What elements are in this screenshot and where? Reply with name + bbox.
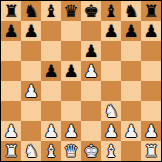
piece-white-pawn-d2[interactable]: ♟ — [63, 123, 78, 140]
piece-black-pawn-f7[interactable]: ♟ — [103, 23, 118, 40]
piece-black-bishop-f8[interactable]: ♝ — [103, 3, 118, 20]
piece-white-king-e1[interactable]: ♚ — [83, 143, 98, 160]
square-f3[interactable]: ♞ — [101, 101, 121, 121]
piece-white-pawn-g2[interactable]: ♟ — [123, 123, 138, 140]
square-a3[interactable] — [1, 101, 21, 121]
square-c8[interactable]: ♝ — [41, 1, 61, 21]
square-f8[interactable]: ♝ — [101, 1, 121, 21]
square-h2[interactable]: ♟ — [141, 121, 161, 141]
square-c2[interactable]: ♟ — [41, 121, 61, 141]
square-a4[interactable] — [1, 81, 21, 101]
square-b3[interactable] — [21, 101, 41, 121]
piece-white-knight-f3[interactable]: ♞ — [103, 103, 118, 120]
square-e7[interactable] — [81, 21, 101, 41]
square-g7[interactable]: ♟ — [121, 21, 141, 41]
square-e5[interactable]: ♟ — [81, 61, 101, 81]
piece-black-knight-b8[interactable]: ♞ — [23, 3, 38, 20]
square-f5[interactable] — [101, 61, 121, 81]
square-c5[interactable]: ♟ — [41, 61, 61, 81]
square-g3[interactable] — [121, 101, 141, 121]
piece-black-pawn-d5[interactable]: ♟ — [63, 63, 78, 80]
square-b2[interactable] — [21, 121, 41, 141]
piece-black-pawn-e6[interactable]: ♟ — [83, 43, 98, 60]
square-d3[interactable] — [61, 101, 81, 121]
square-e1[interactable]: ♚ — [81, 141, 101, 161]
square-h8[interactable]: ♜ — [141, 1, 161, 21]
square-b4[interactable]: ♟ — [21, 81, 41, 101]
square-a6[interactable] — [1, 41, 21, 61]
piece-white-pawn-e5[interactable]: ♟ — [83, 63, 98, 80]
piece-white-pawn-a2[interactable]: ♟ — [3, 123, 18, 140]
piece-black-pawn-h7[interactable]: ♟ — [143, 23, 158, 40]
square-e3[interactable] — [81, 101, 101, 121]
piece-white-pawn-c2[interactable]: ♟ — [43, 123, 58, 140]
piece-black-king-e8[interactable]: ♚ — [83, 3, 98, 20]
piece-black-bishop-c8[interactable]: ♝ — [43, 3, 58, 20]
square-f2[interactable]: ♟ — [101, 121, 121, 141]
square-b5[interactable] — [21, 61, 41, 81]
piece-white-pawn-b4[interactable]: ♟ — [23, 83, 38, 100]
square-a1[interactable]: ♜ — [1, 141, 21, 161]
piece-black-rook-h8[interactable]: ♜ — [143, 3, 158, 20]
square-b1[interactable]: ♞ — [21, 141, 41, 161]
square-g1[interactable] — [121, 141, 141, 161]
square-h3[interactable] — [141, 101, 161, 121]
square-g4[interactable] — [121, 81, 141, 101]
square-a7[interactable]: ♟ — [1, 21, 21, 41]
square-g8[interactable]: ♞ — [121, 1, 141, 21]
square-f1[interactable]: ♝ — [101, 141, 121, 161]
piece-white-rook-a1[interactable]: ♜ — [3, 143, 18, 160]
piece-white-pawn-h2[interactable]: ♟ — [143, 123, 158, 140]
square-d5[interactable]: ♟ — [61, 61, 81, 81]
square-a5[interactable] — [1, 61, 21, 81]
square-b7[interactable]: ♟ — [21, 21, 41, 41]
square-c6[interactable] — [41, 41, 61, 61]
square-d4[interactable] — [61, 81, 81, 101]
piece-black-pawn-a7[interactable]: ♟ — [3, 23, 18, 40]
piece-white-pawn-f2[interactable]: ♟ — [103, 123, 118, 140]
piece-black-pawn-c5[interactable]: ♟ — [43, 63, 58, 80]
square-a2[interactable]: ♟ — [1, 121, 21, 141]
chess-board: ♜♞♝♛♚♝♞♜♟♟♟♟♟♟♟♟♟♟♞♟♟♟♟♟♟♜♞♝♛♚♝♜ — [1, 1, 161, 161]
square-h7[interactable]: ♟ — [141, 21, 161, 41]
square-f4[interactable] — [101, 81, 121, 101]
piece-black-pawn-g7[interactable]: ♟ — [123, 23, 138, 40]
square-e6[interactable]: ♟ — [81, 41, 101, 61]
chess-board-frame: ♜♞♝♛♚♝♞♜♟♟♟♟♟♟♟♟♟♟♞♟♟♟♟♟♟♜♞♝♛♚♝♜ — [0, 0, 162, 162]
piece-white-queen-d1[interactable]: ♛ — [63, 143, 78, 160]
square-c4[interactable] — [41, 81, 61, 101]
piece-black-rook-a8[interactable]: ♜ — [3, 3, 18, 20]
square-e2[interactable] — [81, 121, 101, 141]
square-g5[interactable] — [121, 61, 141, 81]
square-c7[interactable] — [41, 21, 61, 41]
square-b8[interactable]: ♞ — [21, 1, 41, 21]
square-e8[interactable]: ♚ — [81, 1, 101, 21]
piece-black-pawn-b7[interactable]: ♟ — [23, 23, 38, 40]
square-h6[interactable] — [141, 41, 161, 61]
square-f7[interactable]: ♟ — [101, 21, 121, 41]
piece-white-bishop-f1[interactable]: ♝ — [103, 143, 118, 160]
square-d2[interactable]: ♟ — [61, 121, 81, 141]
piece-black-queen-d8[interactable]: ♛ — [63, 3, 78, 20]
square-d1[interactable]: ♛ — [61, 141, 81, 161]
piece-white-knight-b1[interactable]: ♞ — [23, 143, 38, 160]
square-h1[interactable]: ♜ — [141, 141, 161, 161]
square-d8[interactable]: ♛ — [61, 1, 81, 21]
square-d6[interactable] — [61, 41, 81, 61]
square-h4[interactable] — [141, 81, 161, 101]
square-b6[interactable] — [21, 41, 41, 61]
square-f6[interactable] — [101, 41, 121, 61]
piece-white-rook-h1[interactable]: ♜ — [143, 143, 158, 160]
square-g2[interactable]: ♟ — [121, 121, 141, 141]
piece-black-knight-g8[interactable]: ♞ — [123, 3, 138, 20]
square-g6[interactable] — [121, 41, 141, 61]
square-h5[interactable] — [141, 61, 161, 81]
square-c3[interactable] — [41, 101, 61, 121]
square-a8[interactable]: ♜ — [1, 1, 21, 21]
square-e4[interactable] — [81, 81, 101, 101]
piece-white-bishop-c1[interactable]: ♝ — [43, 143, 58, 160]
square-c1[interactable]: ♝ — [41, 141, 61, 161]
square-d7[interactable] — [61, 21, 81, 41]
